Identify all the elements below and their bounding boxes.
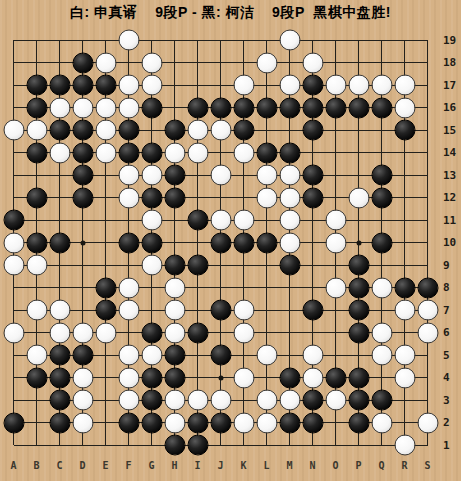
board-point-O16[interactable] xyxy=(324,97,347,120)
board-point-A16[interactable] xyxy=(2,97,25,120)
board-point-L5[interactable] xyxy=(255,344,278,367)
board-point-S7[interactable] xyxy=(416,299,439,322)
board-point-S13[interactable] xyxy=(416,164,439,187)
board-point-K12[interactable] xyxy=(232,187,255,210)
board-point-F10[interactable] xyxy=(117,232,140,255)
board-point-P8[interactable] xyxy=(347,277,370,300)
board-point-K15[interactable] xyxy=(232,119,255,142)
board-point-A8[interactable] xyxy=(2,277,25,300)
board-point-G3[interactable] xyxy=(140,389,163,412)
board-point-O3[interactable] xyxy=(324,389,347,412)
board-point-C10[interactable] xyxy=(48,232,71,255)
board-point-K10[interactable] xyxy=(232,232,255,255)
board-point-M4[interactable] xyxy=(278,367,301,390)
board-point-C8[interactable] xyxy=(48,277,71,300)
board-point-M17[interactable] xyxy=(278,74,301,97)
board-point-C13[interactable] xyxy=(48,164,71,187)
board-point-I7[interactable] xyxy=(186,299,209,322)
board-point-N1[interactable] xyxy=(301,434,324,457)
board-point-E18[interactable] xyxy=(94,52,117,75)
board-point-B17[interactable] xyxy=(25,74,48,97)
board-point-S5[interactable] xyxy=(416,344,439,367)
board-point-K8[interactable] xyxy=(232,277,255,300)
board-point-A12[interactable] xyxy=(2,187,25,210)
board-point-O7[interactable] xyxy=(324,299,347,322)
board-point-P18[interactable] xyxy=(347,52,370,75)
board-point-Q19[interactable] xyxy=(370,29,393,52)
board-point-J12[interactable] xyxy=(209,187,232,210)
board-point-P3[interactable] xyxy=(347,389,370,412)
board-point-R6[interactable] xyxy=(393,322,416,345)
board-point-D19[interactable] xyxy=(71,29,94,52)
board-point-F8[interactable] xyxy=(117,277,140,300)
board-point-R2[interactable] xyxy=(393,412,416,435)
board-point-R8[interactable] xyxy=(393,277,416,300)
board-point-O17[interactable] xyxy=(324,74,347,97)
board-point-M16[interactable] xyxy=(278,97,301,120)
board-point-N16[interactable] xyxy=(301,97,324,120)
board-point-O4[interactable] xyxy=(324,367,347,390)
board-point-E4[interactable] xyxy=(94,367,117,390)
board-point-C2[interactable] xyxy=(48,412,71,435)
board-point-Q15[interactable] xyxy=(370,119,393,142)
board-point-S12[interactable] xyxy=(416,187,439,210)
board-point-Q2[interactable] xyxy=(370,412,393,435)
board-point-C1[interactable] xyxy=(48,434,71,457)
board-point-R3[interactable] xyxy=(393,389,416,412)
board-point-F12[interactable] xyxy=(117,187,140,210)
board-point-I5[interactable] xyxy=(186,344,209,367)
board-point-J2[interactable] xyxy=(209,412,232,435)
board-point-G5[interactable] xyxy=(140,344,163,367)
board-point-B6[interactable] xyxy=(25,322,48,345)
board-point-N9[interactable] xyxy=(301,254,324,277)
board-point-Q11[interactable] xyxy=(370,209,393,232)
board-point-P5[interactable] xyxy=(347,344,370,367)
board-point-D6[interactable] xyxy=(71,322,94,345)
board-point-L16[interactable] xyxy=(255,97,278,120)
board-point-P6[interactable] xyxy=(347,322,370,345)
board-point-R17[interactable] xyxy=(393,74,416,97)
board-point-F18[interactable] xyxy=(117,52,140,75)
board-point-F9[interactable] xyxy=(117,254,140,277)
board-point-Q13[interactable] xyxy=(370,164,393,187)
board-point-K14[interactable] xyxy=(232,142,255,165)
board-point-G8[interactable] xyxy=(140,277,163,300)
board-point-M12[interactable] xyxy=(278,187,301,210)
board-point-N17[interactable] xyxy=(301,74,324,97)
board-point-F16[interactable] xyxy=(117,97,140,120)
board-point-E11[interactable] xyxy=(94,209,117,232)
board-point-K17[interactable] xyxy=(232,74,255,97)
board-point-J18[interactable] xyxy=(209,52,232,75)
board-point-K19[interactable] xyxy=(232,29,255,52)
board-point-D11[interactable] xyxy=(71,209,94,232)
board-point-P15[interactable] xyxy=(347,119,370,142)
board-point-L17[interactable] xyxy=(255,74,278,97)
board-point-S11[interactable] xyxy=(416,209,439,232)
board-point-L14[interactable] xyxy=(255,142,278,165)
board-point-P12[interactable] xyxy=(347,187,370,210)
board-point-S9[interactable] xyxy=(416,254,439,277)
board-point-A7[interactable] xyxy=(2,299,25,322)
board-point-I17[interactable] xyxy=(186,74,209,97)
board-point-J1[interactable] xyxy=(209,434,232,457)
board-point-R9[interactable] xyxy=(393,254,416,277)
board-point-G18[interactable] xyxy=(140,52,163,75)
board-point-I18[interactable] xyxy=(186,52,209,75)
board-point-F13[interactable] xyxy=(117,164,140,187)
board-point-H15[interactable] xyxy=(163,119,186,142)
board-point-O18[interactable] xyxy=(324,52,347,75)
board-point-I6[interactable] xyxy=(186,322,209,345)
board-point-F11[interactable] xyxy=(117,209,140,232)
board-point-E9[interactable] xyxy=(94,254,117,277)
board-point-Q9[interactable] xyxy=(370,254,393,277)
board-point-K1[interactable] xyxy=(232,434,255,457)
board-point-J6[interactable] xyxy=(209,322,232,345)
board-point-D5[interactable] xyxy=(71,344,94,367)
board-point-F14[interactable] xyxy=(117,142,140,165)
board-point-D8[interactable] xyxy=(71,277,94,300)
board-point-A2[interactable] xyxy=(2,412,25,435)
board-point-Q7[interactable] xyxy=(370,299,393,322)
board-point-H2[interactable] xyxy=(163,412,186,435)
board-point-C18[interactable] xyxy=(48,52,71,75)
board-point-H16[interactable] xyxy=(163,97,186,120)
board-point-B16[interactable] xyxy=(25,97,48,120)
board-point-P4[interactable] xyxy=(347,367,370,390)
board-point-G1[interactable] xyxy=(140,434,163,457)
board-point-A15[interactable] xyxy=(2,119,25,142)
board-point-H3[interactable] xyxy=(163,389,186,412)
board-point-B8[interactable] xyxy=(25,277,48,300)
board-point-I16[interactable] xyxy=(186,97,209,120)
board-point-E17[interactable] xyxy=(94,74,117,97)
board-point-N13[interactable] xyxy=(301,164,324,187)
board-point-D18[interactable] xyxy=(71,52,94,75)
board-point-N10[interactable] xyxy=(301,232,324,255)
board-point-S3[interactable] xyxy=(416,389,439,412)
board-point-C4[interactable] xyxy=(48,367,71,390)
board-point-J9[interactable] xyxy=(209,254,232,277)
board-point-Q5[interactable] xyxy=(370,344,393,367)
board-point-D1[interactable] xyxy=(71,434,94,457)
board-point-L10[interactable] xyxy=(255,232,278,255)
board-point-I4[interactable] xyxy=(186,367,209,390)
board-point-C5[interactable] xyxy=(48,344,71,367)
board-point-N4[interactable] xyxy=(301,367,324,390)
board-point-A4[interactable] xyxy=(2,367,25,390)
board-point-S2[interactable] xyxy=(416,412,439,435)
board-point-K5[interactable] xyxy=(232,344,255,367)
board-point-E5[interactable] xyxy=(94,344,117,367)
board-point-B14[interactable] xyxy=(25,142,48,165)
board-point-F2[interactable] xyxy=(117,412,140,435)
board-point-J11[interactable] xyxy=(209,209,232,232)
board-point-A3[interactable] xyxy=(2,389,25,412)
board-point-F5[interactable] xyxy=(117,344,140,367)
board-point-K2[interactable] xyxy=(232,412,255,435)
board-point-O13[interactable] xyxy=(324,164,347,187)
board-point-Q6[interactable] xyxy=(370,322,393,345)
board-point-C12[interactable] xyxy=(48,187,71,210)
board-point-S6[interactable] xyxy=(416,322,439,345)
board-point-I9[interactable] xyxy=(186,254,209,277)
board-point-B11[interactable] xyxy=(25,209,48,232)
board-point-E16[interactable] xyxy=(94,97,117,120)
board-point-A11[interactable] xyxy=(2,209,25,232)
board-point-K4[interactable] xyxy=(232,367,255,390)
board-point-D4[interactable] xyxy=(71,367,94,390)
board-point-N3[interactable] xyxy=(301,389,324,412)
board-point-R10[interactable] xyxy=(393,232,416,255)
board-point-K16[interactable] xyxy=(232,97,255,120)
board-point-I3[interactable] xyxy=(186,389,209,412)
board-point-P7[interactable] xyxy=(347,299,370,322)
board-point-A14[interactable] xyxy=(2,142,25,165)
board-point-M9[interactable] xyxy=(278,254,301,277)
board-point-H14[interactable] xyxy=(163,142,186,165)
board-point-B19[interactable] xyxy=(25,29,48,52)
board-point-O9[interactable] xyxy=(324,254,347,277)
board-point-E19[interactable] xyxy=(94,29,117,52)
board-point-G19[interactable] xyxy=(140,29,163,52)
board-point-N5[interactable] xyxy=(301,344,324,367)
board-point-F7[interactable] xyxy=(117,299,140,322)
board-point-R16[interactable] xyxy=(393,97,416,120)
board-point-B18[interactable] xyxy=(25,52,48,75)
board-point-M19[interactable] xyxy=(278,29,301,52)
board-point-F17[interactable] xyxy=(117,74,140,97)
board-point-E3[interactable] xyxy=(94,389,117,412)
board-point-D14[interactable] xyxy=(71,142,94,165)
board-point-K18[interactable] xyxy=(232,52,255,75)
board-point-M2[interactable] xyxy=(278,412,301,435)
board-point-O11[interactable] xyxy=(324,209,347,232)
board-point-M15[interactable] xyxy=(278,119,301,142)
board-point-L18[interactable] xyxy=(255,52,278,75)
board-point-O19[interactable] xyxy=(324,29,347,52)
board-point-B3[interactable] xyxy=(25,389,48,412)
board-point-H18[interactable] xyxy=(163,52,186,75)
board-point-L6[interactable] xyxy=(255,322,278,345)
board-point-M6[interactable] xyxy=(278,322,301,345)
board-point-J4[interactable] xyxy=(209,367,232,390)
board-point-J15[interactable] xyxy=(209,119,232,142)
board-point-I8[interactable] xyxy=(186,277,209,300)
board-point-H6[interactable] xyxy=(163,322,186,345)
board-point-G7[interactable] xyxy=(140,299,163,322)
board-point-G2[interactable] xyxy=(140,412,163,435)
board-point-O1[interactable] xyxy=(324,434,347,457)
board-point-F3[interactable] xyxy=(117,389,140,412)
board-point-M13[interactable] xyxy=(278,164,301,187)
board-point-H10[interactable] xyxy=(163,232,186,255)
board-point-H7[interactable] xyxy=(163,299,186,322)
board-point-C14[interactable] xyxy=(48,142,71,165)
board-point-B1[interactable] xyxy=(25,434,48,457)
board-point-N2[interactable] xyxy=(301,412,324,435)
board-point-B13[interactable] xyxy=(25,164,48,187)
board-point-C3[interactable] xyxy=(48,389,71,412)
board-point-S10[interactable] xyxy=(416,232,439,255)
board-point-H4[interactable] xyxy=(163,367,186,390)
board-point-S4[interactable] xyxy=(416,367,439,390)
board-point-M11[interactable] xyxy=(278,209,301,232)
board-point-G10[interactable] xyxy=(140,232,163,255)
board-point-S18[interactable] xyxy=(416,52,439,75)
board-point-I1[interactable] xyxy=(186,434,209,457)
board-point-N7[interactable] xyxy=(301,299,324,322)
board-point-A17[interactable] xyxy=(2,74,25,97)
board-point-P16[interactable] xyxy=(347,97,370,120)
board-point-R11[interactable] xyxy=(393,209,416,232)
board-point-G17[interactable] xyxy=(140,74,163,97)
board-point-D17[interactable] xyxy=(71,74,94,97)
board-point-G9[interactable] xyxy=(140,254,163,277)
board-point-L15[interactable] xyxy=(255,119,278,142)
board-point-G15[interactable] xyxy=(140,119,163,142)
board-point-E7[interactable] xyxy=(94,299,117,322)
board-point-H1[interactable] xyxy=(163,434,186,457)
board-point-B15[interactable] xyxy=(25,119,48,142)
board-point-R18[interactable] xyxy=(393,52,416,75)
board-point-S19[interactable] xyxy=(416,29,439,52)
board-point-B10[interactable] xyxy=(25,232,48,255)
board-point-E14[interactable] xyxy=(94,142,117,165)
board-point-H12[interactable] xyxy=(163,187,186,210)
board-point-M8[interactable] xyxy=(278,277,301,300)
board-point-N19[interactable] xyxy=(301,29,324,52)
board-point-R1[interactable] xyxy=(393,434,416,457)
board-point-J5[interactable] xyxy=(209,344,232,367)
board-point-G13[interactable] xyxy=(140,164,163,187)
board-point-S15[interactable] xyxy=(416,119,439,142)
board-point-H5[interactable] xyxy=(163,344,186,367)
board-point-L9[interactable] xyxy=(255,254,278,277)
board-point-S8[interactable] xyxy=(416,277,439,300)
board-point-L11[interactable] xyxy=(255,209,278,232)
board-point-H8[interactable] xyxy=(163,277,186,300)
board-point-F1[interactable] xyxy=(117,434,140,457)
board-point-L12[interactable] xyxy=(255,187,278,210)
board-point-K6[interactable] xyxy=(232,322,255,345)
board-point-G16[interactable] xyxy=(140,97,163,120)
board-point-N12[interactable] xyxy=(301,187,324,210)
board-point-O5[interactable] xyxy=(324,344,347,367)
board-point-G12[interactable] xyxy=(140,187,163,210)
board-point-M14[interactable] xyxy=(278,142,301,165)
board-point-S17[interactable] xyxy=(416,74,439,97)
board-point-M3[interactable] xyxy=(278,389,301,412)
board-point-F15[interactable] xyxy=(117,119,140,142)
board-point-R7[interactable] xyxy=(393,299,416,322)
board-point-P11[interactable] xyxy=(347,209,370,232)
board-point-Q10[interactable] xyxy=(370,232,393,255)
board-point-S14[interactable] xyxy=(416,142,439,165)
board-point-D7[interactable] xyxy=(71,299,94,322)
board-point-M1[interactable] xyxy=(278,434,301,457)
board-point-J14[interactable] xyxy=(209,142,232,165)
board-point-D9[interactable] xyxy=(71,254,94,277)
board-point-A19[interactable] xyxy=(2,29,25,52)
board-point-E15[interactable] xyxy=(94,119,117,142)
board-point-J10[interactable] xyxy=(209,232,232,255)
board-point-C19[interactable] xyxy=(48,29,71,52)
board-point-N18[interactable] xyxy=(301,52,324,75)
board-point-H11[interactable] xyxy=(163,209,186,232)
board-point-C9[interactable] xyxy=(48,254,71,277)
board-point-I10[interactable] xyxy=(186,232,209,255)
board-point-R5[interactable] xyxy=(393,344,416,367)
board-point-D13[interactable] xyxy=(71,164,94,187)
board-point-O12[interactable] xyxy=(324,187,347,210)
board-point-H13[interactable] xyxy=(163,164,186,187)
board-point-S1[interactable] xyxy=(416,434,439,457)
board-point-G6[interactable] xyxy=(140,322,163,345)
board-point-B5[interactable] xyxy=(25,344,48,367)
board-point-K13[interactable] xyxy=(232,164,255,187)
board-point-E8[interactable] xyxy=(94,277,117,300)
board-point-N8[interactable] xyxy=(301,277,324,300)
board-point-Q1[interactable] xyxy=(370,434,393,457)
board-point-R4[interactable] xyxy=(393,367,416,390)
board-point-D10[interactable] xyxy=(71,232,94,255)
board-point-G14[interactable] xyxy=(140,142,163,165)
board-point-D12[interactable] xyxy=(71,187,94,210)
board-point-E2[interactable] xyxy=(94,412,117,435)
board-point-A10[interactable] xyxy=(2,232,25,255)
board-point-S16[interactable] xyxy=(416,97,439,120)
board-point-D15[interactable] xyxy=(71,119,94,142)
board-point-C6[interactable] xyxy=(48,322,71,345)
board-point-N15[interactable] xyxy=(301,119,324,142)
board-point-M7[interactable] xyxy=(278,299,301,322)
board-point-A6[interactable] xyxy=(2,322,25,345)
board-point-F19[interactable] xyxy=(117,29,140,52)
board-point-P17[interactable] xyxy=(347,74,370,97)
board-point-Q18[interactable] xyxy=(370,52,393,75)
board-point-C17[interactable] xyxy=(48,74,71,97)
board-point-R15[interactable] xyxy=(393,119,416,142)
board-point-Q17[interactable] xyxy=(370,74,393,97)
board-point-F6[interactable] xyxy=(117,322,140,345)
board-point-E1[interactable] xyxy=(94,434,117,457)
board-point-Q3[interactable] xyxy=(370,389,393,412)
board-point-Q14[interactable] xyxy=(370,142,393,165)
board-point-R13[interactable] xyxy=(393,164,416,187)
board-point-J19[interactable] xyxy=(209,29,232,52)
board-point-L4[interactable] xyxy=(255,367,278,390)
board-point-O6[interactable] xyxy=(324,322,347,345)
board-point-I15[interactable] xyxy=(186,119,209,142)
board-point-B4[interactable] xyxy=(25,367,48,390)
board-point-K7[interactable] xyxy=(232,299,255,322)
board-point-O14[interactable] xyxy=(324,142,347,165)
board-point-B7[interactable] xyxy=(25,299,48,322)
board-point-L2[interactable] xyxy=(255,412,278,435)
board-point-J13[interactable] xyxy=(209,164,232,187)
board-point-M5[interactable] xyxy=(278,344,301,367)
board-point-B12[interactable] xyxy=(25,187,48,210)
board-point-A9[interactable] xyxy=(2,254,25,277)
board-point-P1[interactable] xyxy=(347,434,370,457)
board-point-C15[interactable] xyxy=(48,119,71,142)
board-point-B2[interactable] xyxy=(25,412,48,435)
board-point-E6[interactable] xyxy=(94,322,117,345)
board-point-G11[interactable] xyxy=(140,209,163,232)
